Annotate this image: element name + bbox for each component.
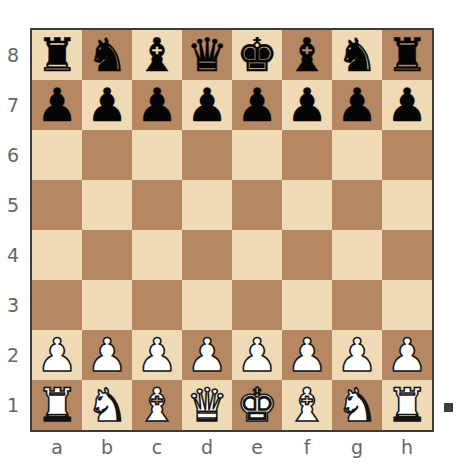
black-pawn: ♟: [186, 80, 227, 130]
white-bishop: ♝: [136, 380, 177, 430]
square-c7[interactable]: ♟: [132, 80, 182, 130]
file-label-f: f: [282, 433, 332, 461]
black-knight: ♞: [86, 30, 127, 80]
square-e6[interactable]: [232, 130, 282, 180]
black-pawn: ♟: [286, 80, 327, 130]
square-f5[interactable]: [282, 180, 332, 230]
square-g1[interactable]: ♞: [332, 380, 382, 430]
white-king: ♚: [236, 380, 277, 430]
square-b8[interactable]: ♞: [82, 30, 132, 80]
square-f1[interactable]: ♝: [282, 380, 332, 430]
black-pawn: ♟: [336, 80, 377, 130]
white-pawn: ♟: [36, 330, 77, 380]
white-pawn: ♟: [86, 330, 127, 380]
square-h8[interactable]: ♜: [382, 30, 432, 80]
square-f2[interactable]: ♟: [282, 330, 332, 380]
square-d3[interactable]: [182, 280, 232, 330]
white-knight: ♞: [336, 380, 377, 430]
square-h4[interactable]: [382, 230, 432, 280]
square-f3[interactable]: [282, 280, 332, 330]
square-c4[interactable]: [132, 230, 182, 280]
rank-label-4: 4: [0, 230, 26, 280]
black-queen: ♛: [186, 30, 227, 80]
white-queen: ♛: [186, 380, 227, 430]
file-label-a: a: [32, 433, 82, 461]
square-b4[interactable]: [82, 230, 132, 280]
square-d1[interactable]: ♛: [182, 380, 232, 430]
black-pawn: ♟: [136, 80, 177, 130]
square-e1[interactable]: ♚: [232, 380, 282, 430]
square-e2[interactable]: ♟: [232, 330, 282, 380]
square-a4[interactable]: [32, 230, 82, 280]
square-a3[interactable]: [32, 280, 82, 330]
square-f4[interactable]: [282, 230, 332, 280]
square-h1[interactable]: ♜: [382, 380, 432, 430]
square-e8[interactable]: ♚: [232, 30, 282, 80]
rank-labels: 87654321: [0, 30, 26, 430]
rank-label-8: 8: [0, 30, 26, 80]
black-rook: ♜: [386, 30, 427, 80]
square-g6[interactable]: [332, 130, 382, 180]
square-b2[interactable]: ♟: [82, 330, 132, 380]
black-king: ♚: [236, 30, 277, 80]
chess-diagram: 87654321 ♜♞♝♛♚♝♞♜♟♟♟♟♟♟♟♟♟♟♟♟♟♟♟♟♜♞♝♛♚♝♞…: [0, 0, 464, 464]
square-d7[interactable]: ♟: [182, 80, 232, 130]
square-a5[interactable]: [32, 180, 82, 230]
rank-label-7: 7: [0, 80, 26, 130]
white-bishop: ♝: [286, 380, 327, 430]
rank-label-3: 3: [0, 280, 26, 330]
rank-label-1: 1: [0, 380, 26, 430]
square-h2[interactable]: ♟: [382, 330, 432, 380]
white-pawn: ♟: [186, 330, 227, 380]
square-b1[interactable]: ♞: [82, 380, 132, 430]
file-label-c: c: [132, 433, 182, 461]
file-label-b: b: [82, 433, 132, 461]
square-c2[interactable]: ♟: [132, 330, 182, 380]
square-d8[interactable]: ♛: [182, 30, 232, 80]
square-e5[interactable]: [232, 180, 282, 230]
square-c6[interactable]: [132, 130, 182, 180]
black-rook: ♜: [36, 30, 77, 80]
black-pawn: ♟: [36, 80, 77, 130]
square-g3[interactable]: [332, 280, 382, 330]
square-e4[interactable]: [232, 230, 282, 280]
square-d4[interactable]: [182, 230, 232, 280]
white-pawn: ♟: [236, 330, 277, 380]
square-c8[interactable]: ♝: [132, 30, 182, 80]
square-h6[interactable]: [382, 130, 432, 180]
square-h7[interactable]: ♟: [382, 80, 432, 130]
black-pawn: ♟: [236, 80, 277, 130]
square-d6[interactable]: [182, 130, 232, 180]
square-g8[interactable]: ♞: [332, 30, 382, 80]
white-knight: ♞: [86, 380, 127, 430]
square-g2[interactable]: ♟: [332, 330, 382, 380]
black-pawn: ♟: [386, 80, 427, 130]
file-labels: abcdefgh: [32, 433, 432, 461]
square-g7[interactable]: ♟: [332, 80, 382, 130]
square-e7[interactable]: ♟: [232, 80, 282, 130]
white-pawn: ♟: [136, 330, 177, 380]
square-f6[interactable]: [282, 130, 332, 180]
square-f8[interactable]: ♝: [282, 30, 332, 80]
black-pawn: ♟: [86, 80, 127, 130]
rank-label-6: 6: [0, 130, 26, 180]
square-b6[interactable]: [82, 130, 132, 180]
square-b3[interactable]: [82, 280, 132, 330]
rank-label-5: 5: [0, 180, 26, 230]
square-a6[interactable]: [32, 130, 82, 180]
square-a8[interactable]: ♜: [32, 30, 82, 80]
file-label-g: g: [332, 433, 382, 461]
file-label-h: h: [382, 433, 432, 461]
square-g5[interactable]: [332, 180, 382, 230]
square-a1[interactable]: ♜: [32, 380, 82, 430]
black-knight: ♞: [336, 30, 377, 80]
square-h3[interactable]: [382, 280, 432, 330]
white-pawn: ♟: [386, 330, 427, 380]
file-label-e: e: [232, 433, 282, 461]
file-label-d: d: [182, 433, 232, 461]
black-bishop: ♝: [286, 30, 327, 80]
square-a2[interactable]: ♟: [32, 330, 82, 380]
square-d2[interactable]: ♟: [182, 330, 232, 380]
white-pawn: ♟: [286, 330, 327, 380]
square-e3[interactable]: [232, 280, 282, 330]
square-b7[interactable]: ♟: [82, 80, 132, 130]
white-pawn: ♟: [336, 330, 377, 380]
square-h5[interactable]: [382, 180, 432, 230]
square-b5[interactable]: [82, 180, 132, 230]
square-g4[interactable]: [332, 230, 382, 280]
square-a7[interactable]: ♟: [32, 80, 82, 130]
move-indicator: [444, 403, 453, 412]
white-rook: ♜: [386, 380, 427, 430]
square-c3[interactable]: [132, 280, 182, 330]
rank-label-2: 2: [0, 330, 26, 380]
chess-board: ♜♞♝♛♚♝♞♜♟♟♟♟♟♟♟♟♟♟♟♟♟♟♟♟♜♞♝♛♚♝♞♜: [30, 28, 434, 432]
square-c5[interactable]: [132, 180, 182, 230]
black-bishop: ♝: [136, 30, 177, 80]
square-c1[interactable]: ♝: [132, 380, 182, 430]
square-d5[interactable]: [182, 180, 232, 230]
white-rook: ♜: [36, 380, 77, 430]
square-f7[interactable]: ♟: [282, 80, 332, 130]
